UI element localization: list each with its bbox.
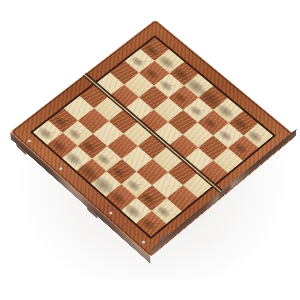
piece-glyph: ♟ bbox=[205, 106, 221, 124]
chess-board: ♜♞♝♛♚♝♞♜♟♟♟♟♟♟♟♟♟♟♟♟♟♟♟♟♜♞♝♛♚♝♞♜ bbox=[10, 20, 296, 257]
frame-magnet-dot bbox=[59, 167, 63, 171]
scene: ♜♞♝♛♚♝♞♜♟♟♟♟♟♟♟♟♟♟♟♟♟♟♟♟♜♞♝♛♚♝♞♜ bbox=[0, 0, 300, 300]
product-photo-canvas: ♜♞♝♛♚♝♞♜♟♟♟♟♟♟♟♟♟♟♟♟♟♟♟♟♜♞♝♛♚♝♞♜ bbox=[0, 0, 300, 300]
hinge-latch-bump bbox=[220, 183, 232, 199]
piece-glyph: ♟ bbox=[132, 45, 148, 63]
piece-glyph: ♟ bbox=[235, 132, 251, 150]
frame-magnet-dot bbox=[141, 240, 145, 244]
piece-glyph: ♟ bbox=[159, 194, 176, 212]
piece-glyph: ♜ bbox=[249, 117, 267, 137]
frame-magnet-dot bbox=[27, 139, 31, 143]
piece-glyph: ♟ bbox=[220, 119, 236, 137]
board-foot bbox=[16, 143, 26, 155]
piece-glyph: ♟ bbox=[190, 94, 206, 112]
board-foot bbox=[159, 231, 170, 244]
piece-glyph: ♜ bbox=[142, 205, 160, 226]
board-foot bbox=[87, 207, 98, 220]
piece-glyph: ♟ bbox=[175, 81, 191, 99]
frame-magnet-dot bbox=[109, 211, 113, 215]
